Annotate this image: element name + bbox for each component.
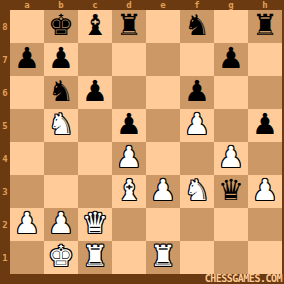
white-knight-piece: ♞ <box>184 176 210 205</box>
rank-label-5: 5 <box>0 109 10 142</box>
square-a3[interactable] <box>10 175 44 208</box>
black-rook-piece: ♜ <box>252 11 278 40</box>
square-e6[interactable] <box>146 76 180 109</box>
square-h4[interactable] <box>248 142 282 175</box>
white-bishop-piece: ♝ <box>116 176 142 205</box>
square-a6[interactable] <box>10 76 44 109</box>
square-a7[interactable]: ♟ <box>10 43 44 76</box>
square-d7[interactable] <box>112 43 146 76</box>
square-c7[interactable] <box>78 43 112 76</box>
square-g3[interactable]: ♛ <box>214 175 248 208</box>
white-pawn-piece: ♟ <box>48 209 74 238</box>
chess-board-frame: a b c d e f g h 8 7 6 5 4 3 2 1 ♚♝♜♞♜♟♟♟… <box>0 0 284 284</box>
square-c3[interactable] <box>78 175 112 208</box>
white-pawn-piece: ♟ <box>184 110 210 139</box>
square-f4[interactable] <box>180 142 214 175</box>
square-d2[interactable] <box>112 208 146 241</box>
white-rook-piece: ♜ <box>82 242 108 271</box>
file-label-h: h <box>248 0 282 10</box>
square-b4[interactable] <box>44 142 78 175</box>
chess-board: ♚♝♜♞♜♟♟♟♞♟♟♞♟♟♟♟♟♝♟♞♛♟♟♟♛♚♜♜ <box>10 10 282 274</box>
square-f6[interactable]: ♟ <box>180 76 214 109</box>
square-b3[interactable] <box>44 175 78 208</box>
white-rook-piece: ♜ <box>150 242 176 271</box>
black-pawn-piece: ♟ <box>14 44 40 73</box>
rank-label-8: 8 <box>0 10 10 43</box>
black-bishop-piece: ♝ <box>82 11 108 40</box>
square-d3[interactable]: ♝ <box>112 175 146 208</box>
rank-label-1: 1 <box>0 241 10 274</box>
square-h1[interactable] <box>248 241 282 274</box>
square-e1[interactable]: ♜ <box>146 241 180 274</box>
square-e3[interactable]: ♟ <box>146 175 180 208</box>
square-g8[interactable] <box>214 10 248 43</box>
square-d8[interactable]: ♜ <box>112 10 146 43</box>
square-b8[interactable]: ♚ <box>44 10 78 43</box>
file-label-f: f <box>180 0 214 10</box>
square-g2[interactable] <box>214 208 248 241</box>
rank-labels: 8 7 6 5 4 3 2 1 <box>0 10 10 274</box>
square-h7[interactable] <box>248 43 282 76</box>
square-f5[interactable]: ♟ <box>180 109 214 142</box>
square-e5[interactable] <box>146 109 180 142</box>
square-e8[interactable] <box>146 10 180 43</box>
square-f1[interactable] <box>180 241 214 274</box>
square-g4[interactable]: ♟ <box>214 142 248 175</box>
square-h2[interactable] <box>248 208 282 241</box>
square-d5[interactable]: ♟ <box>112 109 146 142</box>
square-f8[interactable]: ♞ <box>180 10 214 43</box>
file-label-g: g <box>214 0 248 10</box>
square-c8[interactable]: ♝ <box>78 10 112 43</box>
square-h6[interactable] <box>248 76 282 109</box>
square-a4[interactable] <box>10 142 44 175</box>
white-pawn-piece: ♟ <box>252 176 278 205</box>
file-label-e: e <box>146 0 180 10</box>
square-g7[interactable]: ♟ <box>214 43 248 76</box>
white-pawn-piece: ♟ <box>218 143 244 172</box>
rank-label-2: 2 <box>0 208 10 241</box>
square-h5[interactable]: ♟ <box>248 109 282 142</box>
square-c5[interactable] <box>78 109 112 142</box>
black-pawn-piece: ♟ <box>252 110 278 139</box>
file-label-c: c <box>78 0 112 10</box>
file-labels: a b c d e f g h <box>10 0 282 10</box>
rank-label-3: 3 <box>0 175 10 208</box>
square-a5[interactable] <box>10 109 44 142</box>
square-h3[interactable]: ♟ <box>248 175 282 208</box>
rank-label-6: 6 <box>0 76 10 109</box>
square-g5[interactable] <box>214 109 248 142</box>
white-queen-piece: ♛ <box>82 209 108 238</box>
white-pawn-piece: ♟ <box>116 143 142 172</box>
black-king-piece: ♚ <box>48 11 74 40</box>
square-d4[interactable]: ♟ <box>112 142 146 175</box>
black-rook-piece: ♜ <box>116 11 142 40</box>
square-c2[interactable]: ♛ <box>78 208 112 241</box>
square-c4[interactable] <box>78 142 112 175</box>
white-king-piece: ♚ <box>48 242 74 271</box>
black-knight-piece: ♞ <box>184 11 210 40</box>
square-d1[interactable] <box>112 241 146 274</box>
square-g6[interactable] <box>214 76 248 109</box>
black-pawn-piece: ♟ <box>218 44 244 73</box>
square-c6[interactable]: ♟ <box>78 76 112 109</box>
rank-label-7: 7 <box>0 43 10 76</box>
file-label-d: d <box>112 0 146 10</box>
square-g1[interactable] <box>214 241 248 274</box>
white-pawn-piece: ♟ <box>150 176 176 205</box>
square-e4[interactable] <box>146 142 180 175</box>
square-a2[interactable]: ♟ <box>10 208 44 241</box>
square-b7[interactable]: ♟ <box>44 43 78 76</box>
black-knight-piece: ♞ <box>48 77 74 106</box>
black-pawn-piece: ♟ <box>48 44 74 73</box>
square-f2[interactable] <box>180 208 214 241</box>
chessgames-watermark: CHESSGAMES.COM <box>205 274 282 284</box>
black-pawn-piece: ♟ <box>82 77 108 106</box>
white-pawn-piece: ♟ <box>14 209 40 238</box>
square-e7[interactable] <box>146 43 180 76</box>
square-a8[interactable] <box>10 10 44 43</box>
black-pawn-piece: ♟ <box>116 110 142 139</box>
rank-label-4: 4 <box>0 142 10 175</box>
black-pawn-piece: ♟ <box>184 77 210 106</box>
square-b2[interactable]: ♟ <box>44 208 78 241</box>
square-b5[interactable]: ♞ <box>44 109 78 142</box>
square-d6[interactable] <box>112 76 146 109</box>
square-f3[interactable]: ♞ <box>180 175 214 208</box>
square-a1[interactable] <box>10 241 44 274</box>
square-b1[interactable]: ♚ <box>44 241 78 274</box>
square-e2[interactable] <box>146 208 180 241</box>
black-queen-piece: ♛ <box>218 176 244 205</box>
square-c1[interactable]: ♜ <box>78 241 112 274</box>
file-label-b: b <box>44 0 78 10</box>
file-label-a: a <box>10 0 44 10</box>
square-b6[interactable]: ♞ <box>44 76 78 109</box>
square-h8[interactable]: ♜ <box>248 10 282 43</box>
square-f7[interactable] <box>180 43 214 76</box>
white-knight-piece: ♞ <box>48 110 74 139</box>
